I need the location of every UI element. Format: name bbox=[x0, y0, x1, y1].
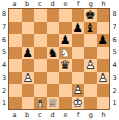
white-pawn-f2: ♙ bbox=[72, 84, 85, 97]
black-queen-e4: ♛ bbox=[59, 59, 72, 72]
file-label-h: h bbox=[97, 0, 110, 8]
square-b5: ♟ bbox=[22, 47, 35, 60]
file-labels-bottom: abcdefgh bbox=[8, 110, 110, 120]
rank-label-4: 4 bbox=[2, 62, 6, 69]
white-king-f1: ♔ bbox=[72, 97, 85, 110]
white-pawn-g4: ♙ bbox=[84, 59, 97, 72]
square-b4 bbox=[22, 59, 35, 72]
square-e5: ♞♘ bbox=[59, 47, 72, 60]
square-h1 bbox=[97, 97, 110, 110]
square-d8 bbox=[47, 9, 60, 22]
white-pawn-b3: ♙ bbox=[22, 72, 35, 85]
rank-label-4: 4 bbox=[112, 62, 116, 69]
square-f8 bbox=[72, 9, 85, 22]
square-d7 bbox=[47, 22, 60, 35]
square-f6 bbox=[72, 34, 85, 47]
square-g7: ♝ bbox=[84, 22, 97, 35]
square-a2 bbox=[9, 84, 22, 97]
square-f3 bbox=[72, 72, 85, 85]
file-label-e: e bbox=[59, 111, 72, 119]
rank-labels-right: 87654321 bbox=[110, 8, 119, 110]
file-label-f: f bbox=[72, 0, 85, 8]
square-d5: ♞ bbox=[47, 47, 60, 60]
white-pawn-h3: ♙ bbox=[97, 72, 110, 85]
square-e6: ♟ bbox=[59, 34, 72, 47]
rank-label-7: 7 bbox=[112, 24, 116, 31]
corner-top-left bbox=[0, 0, 8, 8]
file-label-g: g bbox=[85, 111, 98, 119]
rank-label-2: 2 bbox=[2, 88, 6, 95]
square-e3 bbox=[59, 72, 72, 85]
square-a7 bbox=[9, 22, 22, 35]
square-h4 bbox=[97, 59, 110, 72]
file-label-a: a bbox=[8, 0, 21, 8]
square-d4 bbox=[47, 59, 60, 72]
rank-label-5: 5 bbox=[2, 49, 6, 56]
square-f5 bbox=[72, 47, 85, 60]
square-b7 bbox=[22, 22, 35, 35]
file-label-c: c bbox=[34, 0, 47, 8]
corner-bottom-left bbox=[0, 110, 8, 120]
square-h3: ♟♙ bbox=[97, 72, 110, 85]
square-c5 bbox=[34, 47, 47, 60]
square-g5 bbox=[84, 47, 97, 60]
black-pawn-b5: ♟ bbox=[22, 47, 35, 60]
square-g4: ♟♙ bbox=[84, 59, 97, 72]
black-bishop-g7: ♝ bbox=[84, 22, 97, 35]
square-h6: ♟ bbox=[97, 34, 110, 47]
square-d1: ♛♕ bbox=[47, 97, 60, 110]
square-g3 bbox=[84, 72, 97, 85]
file-label-c: c bbox=[34, 111, 47, 119]
file-label-b: b bbox=[21, 0, 34, 8]
square-d3 bbox=[47, 72, 60, 85]
file-label-e: e bbox=[59, 0, 72, 8]
square-a5 bbox=[9, 47, 22, 60]
file-label-h: h bbox=[97, 111, 110, 119]
file-label-b: b bbox=[21, 111, 34, 119]
square-h5 bbox=[97, 47, 110, 60]
rank-label-2: 2 bbox=[112, 88, 116, 95]
square-h8 bbox=[97, 9, 110, 22]
square-b3: ♟♙ bbox=[22, 72, 35, 85]
white-queen-d1: ♕ bbox=[47, 97, 60, 110]
white-bishop-c1: ♗ bbox=[34, 97, 47, 110]
square-d6 bbox=[47, 34, 60, 47]
square-a6 bbox=[9, 34, 22, 47]
square-a3 bbox=[9, 72, 22, 85]
white-knight-e5: ♘ bbox=[59, 47, 72, 60]
rank-label-7: 7 bbox=[2, 24, 6, 31]
chess-board: ♚♟♝♟♟♟♞♞♘♛♟♙♟♙♟♙♟♙♝♗♛♕♚♔ bbox=[8, 8, 110, 110]
square-c3 bbox=[34, 72, 47, 85]
square-c4 bbox=[34, 59, 47, 72]
rank-label-3: 3 bbox=[112, 75, 116, 82]
black-knight-d5: ♞ bbox=[47, 47, 60, 60]
file-labels-top: abcdefgh bbox=[8, 0, 110, 8]
square-a4 bbox=[9, 59, 22, 72]
square-f7: ♟ bbox=[72, 22, 85, 35]
square-b2 bbox=[22, 84, 35, 97]
square-d2 bbox=[47, 84, 60, 97]
square-c6 bbox=[34, 34, 47, 47]
rank-label-6: 6 bbox=[112, 37, 116, 44]
square-c1: ♝♗ bbox=[34, 97, 47, 110]
black-pawn-h6: ♟ bbox=[97, 34, 110, 47]
square-c8 bbox=[34, 9, 47, 22]
square-e4: ♛ bbox=[59, 59, 72, 72]
rank-label-8: 8 bbox=[2, 11, 6, 18]
square-e7 bbox=[59, 22, 72, 35]
square-e2 bbox=[59, 84, 72, 97]
rank-label-3: 3 bbox=[2, 75, 6, 82]
rank-label-8: 8 bbox=[112, 11, 116, 18]
square-f2: ♟♙ bbox=[72, 84, 85, 97]
file-label-g: g bbox=[85, 0, 98, 8]
rank-label-1: 1 bbox=[112, 100, 116, 107]
rank-labels-left: 87654321 bbox=[0, 8, 8, 110]
black-king-g8: ♚ bbox=[84, 9, 97, 22]
square-b6 bbox=[22, 34, 35, 47]
square-b1 bbox=[22, 97, 35, 110]
square-f1: ♚♔ bbox=[72, 97, 85, 110]
square-g2 bbox=[84, 84, 97, 97]
file-label-a: a bbox=[8, 111, 21, 119]
square-g1 bbox=[84, 97, 97, 110]
rank-label-5: 5 bbox=[112, 49, 116, 56]
square-e1 bbox=[59, 97, 72, 110]
square-g6 bbox=[84, 34, 97, 47]
file-label-d: d bbox=[46, 111, 59, 119]
square-f4 bbox=[72, 59, 85, 72]
chess-diagram: abcdefgh 87654321 ♚♟♝♟♟♟♞♞♘♛♟♙♟♙♟♙♟♙♝♗♛♕… bbox=[0, 0, 119, 120]
rank-label-6: 6 bbox=[2, 37, 6, 44]
corner-top-right bbox=[110, 0, 119, 8]
square-a8 bbox=[9, 9, 22, 22]
square-a1 bbox=[9, 97, 22, 110]
square-b8 bbox=[22, 9, 35, 22]
black-pawn-f7: ♟ bbox=[72, 22, 85, 35]
square-g8: ♚ bbox=[84, 9, 97, 22]
square-h7 bbox=[97, 22, 110, 35]
black-pawn-e6: ♟ bbox=[59, 34, 72, 47]
file-label-d: d bbox=[46, 0, 59, 8]
square-c2 bbox=[34, 84, 47, 97]
square-e8 bbox=[59, 9, 72, 22]
rank-label-1: 1 bbox=[2, 100, 6, 107]
square-c7 bbox=[34, 22, 47, 35]
corner-bottom-right bbox=[110, 110, 119, 120]
square-h2 bbox=[97, 84, 110, 97]
file-label-f: f bbox=[72, 111, 85, 119]
